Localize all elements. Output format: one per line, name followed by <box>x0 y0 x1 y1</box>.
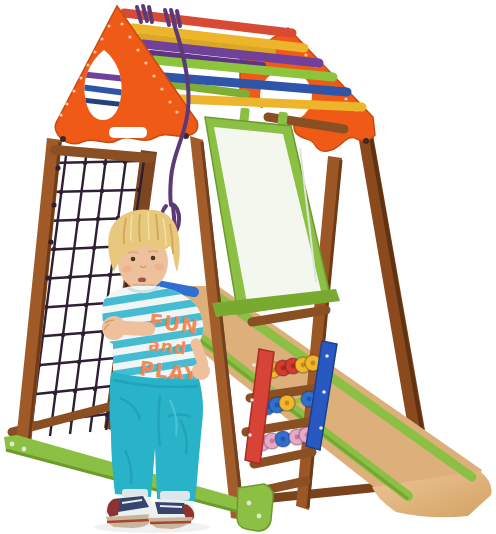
mouth <box>138 278 146 283</box>
front-gable-handle-slot <box>109 127 147 138</box>
right-forearm <box>124 328 148 329</box>
left-cheek <box>122 266 132 273</box>
left-hand <box>192 362 210 380</box>
base-bolt <box>10 442 15 447</box>
left-shoe <box>105 495 153 528</box>
front-left-leg <box>15 138 62 455</box>
front-gable-bolt <box>60 136 66 142</box>
base-bolt <box>22 447 27 452</box>
ladder-foot-bracket <box>237 484 273 531</box>
right-shoe <box>148 499 195 530</box>
net-top-bar <box>55 150 150 158</box>
right-cheek <box>154 264 164 271</box>
right-eye <box>151 256 156 261</box>
left-eye <box>131 257 136 262</box>
left-forearm <box>196 344 203 364</box>
right-sock <box>160 491 190 500</box>
rear-gable-bolt <box>363 138 369 144</box>
play-gym-scene: FUN and PLAY <box>0 0 496 534</box>
product-photo: FUN and PLAY <box>0 0 496 534</box>
